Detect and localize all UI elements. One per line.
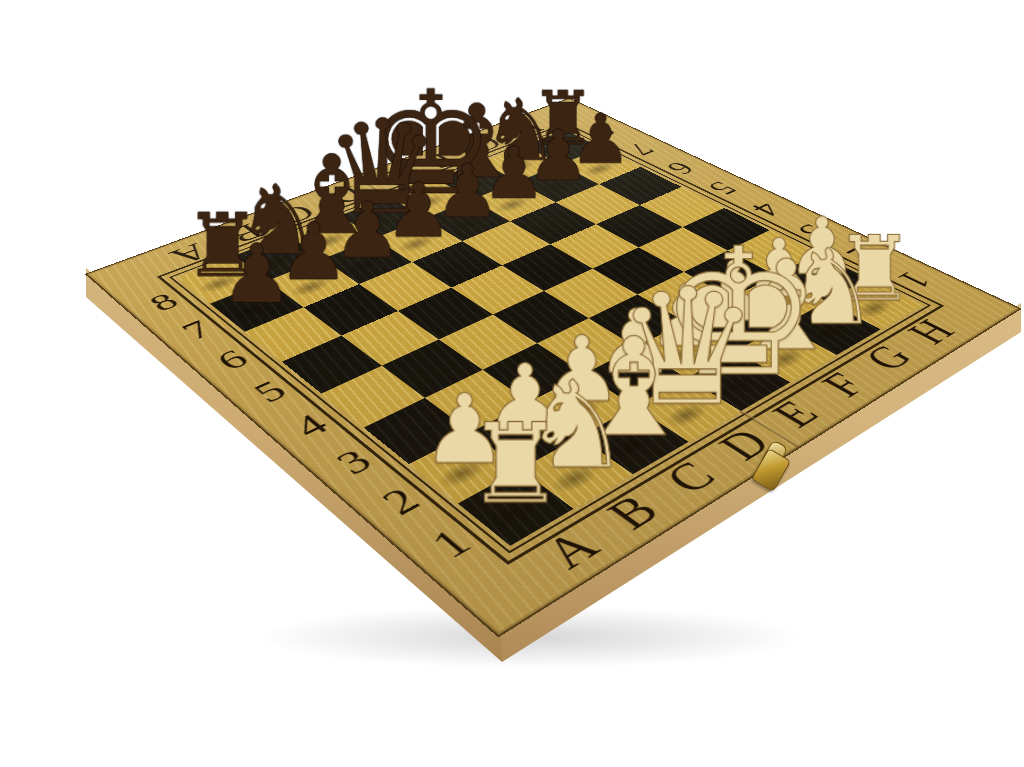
brass-clasp [748, 436, 800, 498]
clasp-plate-icon [751, 448, 792, 492]
board-grid: ♜♞♝♛♚♝♞♜♟♟♟♟♟♟♟♟♟♟♟♟♟♟♟♟♜♞♝♛♚♝♞♜ [177, 130, 922, 546]
piece-white-rook-a1: ♜ [466, 410, 564, 520]
product-photo-scene: 87654321 87654321 ABCDEFGH ABCDEFGH ♜♞♝♛… [0, 0, 1024, 767]
chess-board: 87654321 87654321 ABCDEFGH ABCDEFGH ♜♞♝♛… [85, 98, 1022, 638]
piece-black-pawn-a7: ♟ [220, 234, 293, 315]
